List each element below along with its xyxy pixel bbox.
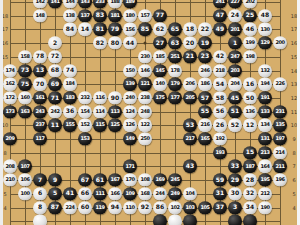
move-number: 3 [233, 204, 237, 210]
black-stone[interactable]: 29 [228, 173, 242, 186]
black-stone[interactable]: 187 [243, 160, 257, 173]
white-stone[interactable]: 54 [213, 77, 227, 90]
black-stone[interactable]: 191 [258, 91, 272, 104]
row-label-right: 8 [292, 150, 295, 155]
black-stone[interactable]: 51 [228, 105, 242, 118]
white-stone[interactable]: 66 [78, 187, 92, 200]
move-number: 90 [111, 95, 119, 101]
black-stone[interactable]: 143 [78, 0, 92, 9]
move-number: 231 [275, 109, 284, 114]
white-stone[interactable]: 244 [153, 187, 167, 200]
white-stone[interactable]: 68 [48, 64, 62, 77]
white-stone[interactable]: 92 [138, 201, 152, 214]
black-stone[interactable]: 23 [198, 50, 212, 63]
white-stone[interactable]: 58 [213, 91, 227, 104]
white-stone[interactable]: 157 [138, 9, 152, 22]
white-stone[interactable]: 90 [108, 91, 122, 104]
black-stone[interactable]: 3 [228, 201, 242, 214]
black-stone[interactable]: 11 [48, 119, 62, 132]
white-stone[interactable]: 170 [123, 173, 137, 186]
move-number: 46 [246, 26, 254, 32]
white-stone[interactable]: 146 [138, 64, 152, 77]
black-stone[interactable]: 87 [48, 201, 62, 214]
black-stone[interactable] [153, 214, 167, 225]
white-stone[interactable]: 42 [213, 50, 227, 63]
move-number: 138 [65, 13, 74, 18]
move-number: 146 [140, 68, 149, 73]
white-stone[interactable]: 132 [258, 64, 272, 77]
black-stone[interactable]: 181 [108, 9, 122, 22]
move-number: 202 [245, 0, 254, 4]
white-stone[interactable]: 242 [48, 105, 62, 118]
black-stone[interactable]: 27 [153, 36, 167, 49]
black-stone[interactable]: 169 [153, 173, 167, 186]
move-number: 129 [260, 41, 269, 46]
white-stone[interactable]: 124 [123, 105, 137, 118]
black-stone[interactable]: 75 [18, 77, 32, 90]
white-stone[interactable]: 102 [168, 201, 182, 214]
white-stone[interactable]: 172 [3, 91, 17, 104]
black-stone[interactable]: 113 [108, 105, 122, 118]
white-stone[interactable]: 174 [3, 64, 17, 77]
move-number: 149 [125, 136, 134, 141]
white-stone[interactable]: 74 [63, 64, 77, 77]
black-stone[interactable]: 241 [213, 0, 227, 9]
white-stone[interactable]: 188 [108, 0, 122, 9]
black-stone[interactable]: 83 [93, 9, 107, 22]
white-stone[interactable]: 110 [123, 201, 137, 214]
move-number: 24 [231, 13, 239, 19]
black-stone[interactable]: 211 [273, 160, 287, 173]
move-number: 77 [156, 13, 164, 19]
white-stone[interactable]: 164 [258, 160, 272, 173]
move-number: 13 [36, 67, 44, 73]
white-stone[interactable]: 78 [33, 50, 47, 63]
white-stone[interactable]: 50 [243, 91, 257, 104]
white-stone[interactable]: 190 [258, 201, 272, 214]
black-stone[interactable]: 119 [93, 201, 107, 214]
black-stone[interactable]: 209 [3, 132, 17, 145]
white-stone[interactable]: 246 [198, 64, 212, 77]
move-number: 243 [35, 109, 44, 114]
move-number: 188 [110, 0, 119, 4]
black-stone[interactable]: 105 [198, 201, 212, 214]
move-number: 232 [80, 95, 89, 100]
black-stone[interactable]: 125 [108, 119, 122, 132]
black-stone[interactable]: 19 [198, 36, 212, 49]
black-stone[interactable]: 69 [48, 77, 62, 90]
black-stone[interactable]: 33 [228, 160, 242, 173]
black-stone[interactable]: 79 [108, 23, 122, 36]
black-stone[interactable]: 201 [228, 23, 242, 36]
move-number: 139 [125, 82, 134, 87]
black-stone[interactable]: 41 [63, 187, 77, 200]
black-stone[interactable]: 139 [123, 77, 137, 90]
black-stone[interactable]: 9 [48, 173, 62, 186]
white-stone[interactable]: 152 [78, 119, 92, 132]
move-number: 156 [125, 27, 134, 32]
move-number: 238 [140, 95, 149, 100]
move-number: 134 [260, 123, 269, 128]
move-number: 203 [230, 68, 239, 73]
white-stone[interactable]: 52 [228, 119, 242, 132]
white-stone[interactable]: 240 [123, 91, 137, 104]
white-stone[interactable]: 130 [258, 23, 272, 36]
white-stone[interactable]: 46 [243, 23, 257, 36]
white-stone[interactable]: 104 [183, 187, 197, 200]
white-stone[interactable]: 140 [153, 77, 167, 90]
white-stone[interactable]: 204 [228, 77, 242, 90]
white-stone[interactable]: 248 [138, 105, 152, 118]
move-number: 212 [260, 191, 269, 196]
move-number: 165 [200, 136, 209, 141]
move-number: 210 [5, 178, 14, 183]
white-stone[interactable]: 136 [243, 105, 257, 118]
black-stone[interactable] [243, 214, 257, 225]
black-stone[interactable]: 195 [258, 173, 272, 186]
move-number: 160 [20, 95, 29, 100]
black-stone[interactable]: 107 [18, 160, 32, 173]
move-number: 224 [65, 205, 74, 210]
black-stone[interactable]: 173 [3, 105, 17, 118]
black-stone[interactable]: 179 [168, 77, 182, 90]
move-number: 178 [170, 68, 179, 73]
black-stone[interactable]: 59 [213, 173, 227, 186]
black-stone[interactable]: 5 [48, 187, 62, 200]
black-stone[interactable]: 37 [213, 201, 227, 214]
black-stone[interactable]: 153 [78, 132, 92, 145]
move-number: 16 [246, 81, 254, 87]
white-stone[interactable]: 108 [138, 173, 152, 186]
black-stone[interactable]: 21 [183, 50, 197, 63]
white-stone[interactable]: 230 [138, 50, 152, 63]
white-stone[interactable]: 200 [273, 36, 287, 49]
move-number: 121 [140, 82, 149, 87]
white-stone[interactable]: 186 [198, 77, 212, 90]
white-stone[interactable]: 238 [138, 91, 152, 104]
white-stone[interactable]: 156 [123, 23, 137, 36]
white-stone[interactable] [33, 214, 47, 225]
move-number: 153 [80, 136, 89, 141]
white-stone[interactable]: 199 [243, 36, 257, 49]
white-stone[interactable]: 154 [78, 105, 92, 118]
white-stone[interactable]: 148 [33, 9, 47, 22]
white-stone[interactable]: 160 [18, 91, 32, 104]
black-stone[interactable]: 131 [258, 132, 272, 145]
black-stone[interactable]: 53 [183, 119, 197, 132]
move-number: 137 [80, 13, 89, 18]
move-number: 161 [35, 95, 44, 100]
white-stone[interactable]: 232 [78, 91, 92, 104]
move-number: 132 [260, 68, 269, 73]
black-stone[interactable] [183, 214, 197, 225]
black-stone[interactable]: 161 [33, 91, 47, 104]
white-stone[interactable]: 20 [183, 36, 197, 49]
black-stone[interactable]: 251 [168, 50, 182, 63]
move-number: 67 [81, 177, 89, 183]
white-stone[interactable]: 206 [183, 77, 197, 90]
white-stone[interactable]: 178 [168, 64, 182, 77]
white-stone[interactable]: 106 [18, 173, 32, 186]
black-stone[interactable]: 233 [93, 0, 107, 9]
white-stone[interactable]: 208 [3, 160, 17, 173]
black-stone[interactable] [228, 214, 242, 225]
white-stone[interactable]: 36 [63, 105, 77, 118]
move-number: 115 [95, 123, 104, 128]
move-number: 181 [110, 13, 119, 18]
grid-line-horizontal [10, 153, 281, 154]
white-stone[interactable]: 158 [18, 50, 32, 63]
white-stone[interactable]: 44 [123, 36, 137, 49]
white-stone[interactable]: 24 [228, 9, 242, 22]
white-stone[interactable]: 60 [78, 201, 92, 214]
white-stone[interactable]: 122 [138, 119, 152, 132]
white-stone[interactable]: 192 [213, 132, 227, 145]
white-stone[interactable]: 18 [183, 23, 197, 36]
black-stone[interactable]: 61 [93, 173, 107, 186]
white-stone[interactable]: 62 [153, 23, 167, 36]
black-stone[interactable]: 133 [258, 105, 272, 118]
move-number: 183 [65, 95, 74, 100]
black-stone[interactable]: 117 [33, 132, 47, 145]
white-stone[interactable]: 116 [93, 91, 107, 104]
move-number: 60 [81, 204, 89, 210]
black-stone[interactable]: 135 [273, 119, 287, 132]
move-number: 65 [171, 26, 179, 32]
white-stone[interactable]: 100 [18, 187, 32, 200]
white-stone[interactable]: 16 [243, 77, 257, 90]
white-stone[interactable]: 48 [258, 9, 272, 22]
move-number: 175 [155, 95, 164, 100]
black-stone[interactable]: 13 [33, 64, 47, 77]
black-stone[interactable]: 67 [78, 173, 92, 186]
white-stone[interactable]: 70 [33, 77, 47, 90]
white-stone[interactable]: 166 [108, 187, 122, 200]
move-number: 32 [246, 191, 254, 197]
white-stone[interactable]: 210 [3, 173, 17, 186]
black-stone[interactable]: 249 [168, 187, 182, 200]
move-number: 230 [140, 54, 149, 59]
black-stone[interactable]: 57 [198, 91, 212, 104]
white-stone[interactable]: 30 [228, 187, 242, 200]
black-stone[interactable]: 111 [93, 187, 107, 200]
white-stone[interactable]: 180 [123, 9, 137, 22]
white-stone[interactable]: 84 [63, 23, 77, 36]
row-label-right: 6 [292, 178, 295, 183]
black-stone[interactable]: 55 [198, 105, 212, 118]
move-number: 108 [140, 178, 149, 183]
move-number: 75 [21, 81, 29, 87]
black-stone[interactable]: 149 [123, 132, 137, 145]
move-number: 44 [126, 40, 134, 46]
black-stone[interactable]: 77 [153, 9, 167, 22]
move-number: 148 [35, 13, 44, 18]
move-number: 52 [231, 122, 239, 128]
white-stone[interactable]: 150 [123, 64, 137, 77]
move-number: 162 [5, 82, 14, 87]
white-stone[interactable]: 224 [63, 201, 77, 214]
black-stone[interactable]: 65 [168, 23, 182, 36]
white-stone[interactable]: 2 [48, 36, 62, 49]
move-number: 107 [20, 164, 29, 169]
move-number: 144 [65, 0, 74, 4]
white-stone[interactable]: 32 [243, 187, 257, 200]
white-stone[interactable]: 86 [153, 201, 167, 214]
white-stone[interactable]: 114 [93, 105, 107, 118]
move-number: 124 [125, 109, 134, 114]
move-number: 217 [185, 136, 194, 141]
black-stone[interactable]: 145 [153, 64, 167, 77]
black-stone[interactable]: 163 [18, 105, 32, 118]
black-stone[interactable]: 25 [243, 9, 257, 22]
white-stone[interactable]: 80 [108, 36, 122, 49]
move-number: 31 [216, 191, 224, 197]
white-stone[interactable]: 14 [78, 23, 92, 36]
black-stone[interactable]: 205 [183, 91, 197, 104]
white-stone[interactable]: 22 [198, 23, 212, 36]
move-number: 133 [260, 109, 269, 114]
black-stone[interactable]: 115 [93, 119, 107, 132]
move-number: 20 [186, 40, 194, 46]
move-number: 25 [246, 13, 254, 19]
white-stone[interactable]: 184 [63, 77, 77, 90]
window-edge-left [0, 0, 3, 225]
white-stone[interactable] [168, 214, 182, 225]
black-stone[interactable]: 73 [18, 64, 32, 77]
white-stone[interactable]: 226 [273, 77, 287, 90]
white-stone[interactable]: 94 [108, 201, 122, 214]
move-number: 42 [216, 54, 224, 60]
black-stone[interactable]: 137 [78, 9, 92, 22]
white-stone[interactable]: 196 [273, 173, 287, 186]
black-stone[interactable]: 237 [33, 119, 47, 132]
move-number: 12 [246, 122, 254, 128]
white-stone[interactable]: 185 [153, 50, 167, 63]
white-stone[interactable]: 194 [258, 77, 272, 90]
move-number: 218 [215, 68, 224, 73]
black-stone[interactable]: 155 [63, 119, 77, 132]
black-stone[interactable]: 7 [33, 173, 47, 186]
go-board[interactable]: 1818171716161515141413131212111110109988… [0, 0, 300, 225]
black-stone[interactable]: 183 [63, 91, 77, 104]
move-number: 145 [155, 68, 164, 73]
white-stone[interactable]: 34 [243, 201, 257, 214]
move-number: 195 [260, 178, 269, 183]
black-stone[interactable]: 189 [123, 0, 137, 9]
white-stone[interactable]: 26 [213, 119, 227, 132]
black-stone[interactable]: 243 [33, 105, 47, 118]
black-stone[interactable]: 165 [198, 132, 212, 145]
white-stone[interactable]: 162 [3, 77, 17, 90]
move-number: 247 [230, 54, 239, 59]
black-stone[interactable]: 245 [168, 173, 182, 186]
move-number: 248 [140, 109, 149, 114]
row-label-left: 4 [3, 205, 6, 210]
black-stone[interactable]: 171 [123, 160, 137, 173]
move-number: 102 [170, 205, 179, 210]
white-stone[interactable]: 144 [63, 0, 77, 9]
black-stone[interactable]: 217 [183, 132, 197, 145]
move-number: 82 [96, 40, 104, 46]
black-stone[interactable]: 47 [213, 9, 227, 22]
black-stone[interactable]: 45 [228, 91, 242, 104]
white-stone[interactable]: 126 [123, 119, 137, 132]
white-stone[interactable]: 28 [243, 173, 257, 186]
white-stone[interactable]: 198 [243, 50, 257, 63]
black-stone[interactable]: 1 [228, 36, 242, 49]
row-label-right: 4 [292, 205, 295, 210]
move-number: 58 [216, 95, 224, 101]
move-number: 18 [186, 26, 194, 32]
white-stone[interactable]: 12 [243, 119, 257, 132]
black-stone[interactable]: 103 [183, 201, 197, 214]
black-stone[interactable]: 129 [258, 36, 272, 49]
white-stone[interactable]: 56 [213, 105, 227, 118]
move-number: 23 [201, 54, 209, 60]
black-stone[interactable]: 63 [168, 36, 182, 49]
black-stone[interactable]: 231 [273, 105, 287, 118]
move-number: 59 [216, 177, 224, 183]
white-stone[interactable]: 168 [138, 187, 152, 200]
move-number: 249 [170, 191, 179, 196]
black-stone[interactable]: 43 [183, 160, 197, 173]
black-stone[interactable]: 175 [153, 91, 167, 104]
black-stone[interactable]: 71 [48, 91, 62, 104]
white-stone[interactable]: 216 [198, 119, 212, 132]
white-stone[interactable]: 8 [33, 201, 47, 214]
move-number: 246 [200, 68, 209, 73]
black-stone[interactable]: 81 [93, 23, 107, 36]
black-stone[interactable]: 121 [138, 77, 152, 90]
move-number: 191 [260, 95, 269, 100]
white-stone[interactable]: 214 [273, 146, 287, 159]
star-point [144, 42, 147, 45]
white-stone[interactable]: 212 [258, 187, 272, 200]
white-stone[interactable]: 218 [213, 64, 227, 77]
black-stone[interactable]: 213 [258, 146, 272, 159]
black-stone[interactable]: 85 [138, 23, 152, 36]
white-stone[interactable]: 82 [93, 36, 107, 49]
move-number: 142 [35, 0, 44, 4]
black-stone[interactable]: 49 [213, 23, 227, 36]
black-stone[interactable]: 141 [48, 0, 62, 9]
black-stone[interactable]: 193 [213, 146, 227, 159]
black-stone[interactable]: 31 [213, 187, 227, 200]
move-number: 74 [66, 67, 74, 73]
white-stone[interactable]: 6 [33, 187, 47, 200]
white-stone[interactable]: 202 [243, 0, 257, 9]
black-stone[interactable]: 227 [228, 0, 242, 9]
white-stone[interactable]: 250 [138, 132, 152, 145]
black-stone[interactable]: 109 [123, 187, 137, 200]
move-number: 185 [155, 54, 164, 59]
move-number: 131 [260, 136, 269, 141]
move-number: 177 [170, 95, 179, 100]
black-stone[interactable]: 167 [108, 173, 122, 186]
white-stone[interactable]: 142 [33, 0, 47, 9]
move-number: 1 [233, 40, 237, 46]
move-number: 197 [275, 136, 284, 141]
black-stone[interactable]: 203 [228, 64, 242, 77]
white-stone[interactable]: 138 [63, 9, 77, 22]
black-stone[interactable]: 247 [228, 50, 242, 63]
black-stone[interactable]: 177 [168, 91, 182, 104]
black-stone[interactable]: 197 [273, 132, 287, 145]
black-stone[interactable]: 15 [243, 146, 257, 159]
white-stone[interactable]: 134 [258, 119, 272, 132]
white-stone[interactable]: 72 [48, 50, 62, 63]
move-number: 250 [140, 136, 149, 141]
